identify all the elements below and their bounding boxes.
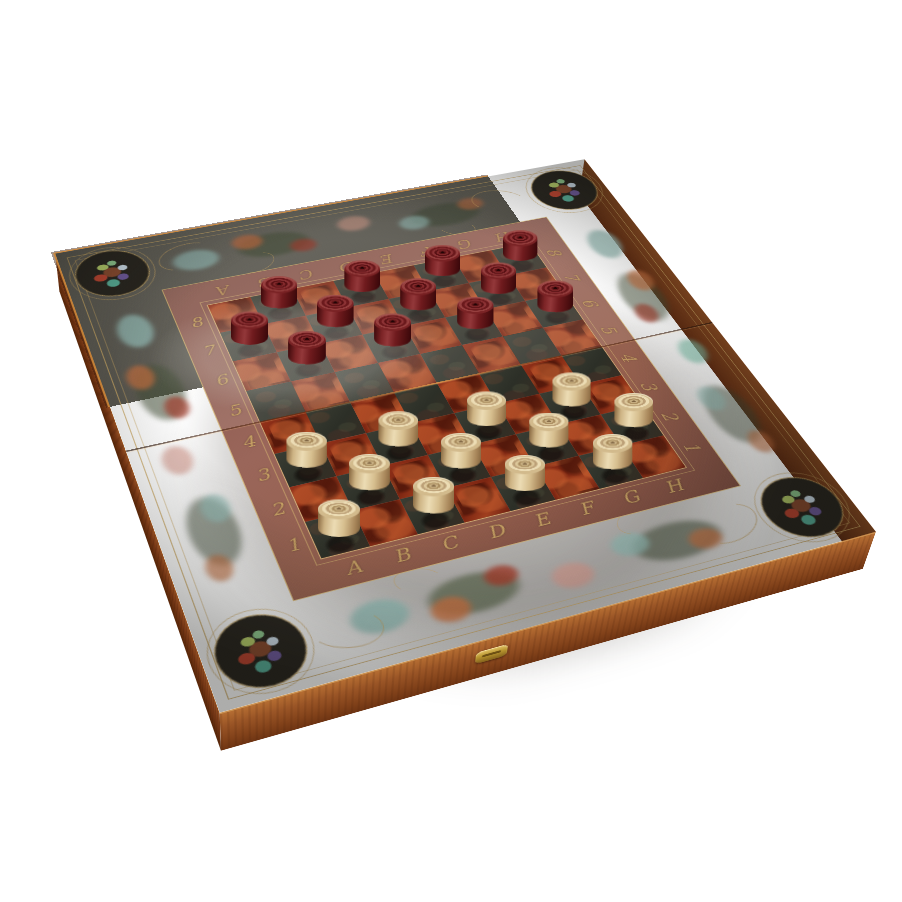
square-h7[interactable] xyxy=(508,268,564,302)
gold-filigree-icon xyxy=(471,189,528,214)
piece-shadow xyxy=(455,322,501,348)
light-checker[interactable] xyxy=(318,499,360,537)
piece-shadow xyxy=(258,302,303,327)
file-label-top-h: H xyxy=(478,223,529,250)
rank-label-right-6: 6 xyxy=(562,288,616,318)
rank-label-left-8: 8 xyxy=(172,305,220,340)
square-a7[interactable] xyxy=(220,324,277,361)
dark-checker[interactable] xyxy=(481,262,517,294)
square-c7[interactable] xyxy=(306,307,363,343)
dark-checker[interactable] xyxy=(374,313,411,346)
square-a8[interactable] xyxy=(208,297,264,333)
square-f6[interactable] xyxy=(445,309,503,345)
square-g8[interactable] xyxy=(453,250,508,283)
square-d8[interactable] xyxy=(333,273,388,307)
square-b7[interactable] xyxy=(263,316,320,353)
light-checker[interactable] xyxy=(413,477,454,514)
light-checker[interactable] xyxy=(349,454,390,491)
rank-label-right-7: 7 xyxy=(545,263,598,292)
file-label-top-f: F xyxy=(401,238,453,266)
piece-shadow xyxy=(397,304,443,329)
square-h6[interactable] xyxy=(525,293,582,328)
piece-shadow xyxy=(371,340,418,366)
piece-shadow xyxy=(228,338,274,365)
square-d7[interactable] xyxy=(348,299,405,335)
file-label-top-a: A xyxy=(198,275,250,305)
square-f7[interactable] xyxy=(429,283,485,318)
square-b8[interactable] xyxy=(250,289,306,324)
dark-checker[interactable] xyxy=(261,276,297,309)
piece-shadow xyxy=(314,321,360,347)
square-d6[interactable] xyxy=(363,326,421,363)
light-checker[interactable] xyxy=(614,393,653,428)
camera-tilt: AABBCCDDEEFFGGHH8877665544332211 xyxy=(0,0,902,902)
rank-label-right-4: 4 xyxy=(600,341,656,373)
light-checker[interactable] xyxy=(441,433,481,469)
light-checker[interactable] xyxy=(529,413,568,448)
piece-shadow xyxy=(422,270,467,294)
photo-scene: AABBCCDDEEFFGGHH8877665544332211 xyxy=(0,0,902,902)
square-e5[interactable] xyxy=(420,345,479,383)
square-c6[interactable] xyxy=(320,335,378,373)
floral-garland-top xyxy=(146,178,542,287)
square-h5[interactable] xyxy=(543,319,602,355)
dark-checker[interactable] xyxy=(231,311,268,345)
file-label-top-e: E xyxy=(362,245,414,273)
rank-label-right-5: 5 xyxy=(581,314,636,345)
corner-medallion-top-left xyxy=(69,246,157,302)
light-checker[interactable] xyxy=(552,372,590,406)
corner-medallion-top-right xyxy=(521,166,608,214)
dark-checker[interactable] xyxy=(537,280,573,312)
dark-checker[interactable] xyxy=(457,297,494,330)
piece-shadow xyxy=(478,288,523,312)
file-label-top-c: C xyxy=(281,260,333,289)
rank-label-right-8: 8 xyxy=(528,238,580,266)
piece-shadow xyxy=(342,286,387,310)
dark-checker[interactable] xyxy=(317,295,354,328)
piece-shadow xyxy=(501,255,545,278)
gold-filigree-icon xyxy=(232,249,280,278)
file-label-top-g: G xyxy=(440,230,491,257)
square-g7[interactable] xyxy=(469,275,525,309)
brass-latch-icon xyxy=(475,644,508,665)
square-h8[interactable] xyxy=(491,243,546,275)
file-label-top-b: B xyxy=(240,268,292,297)
light-checker[interactable] xyxy=(467,391,506,426)
square-e7[interactable] xyxy=(389,291,445,326)
square-e8[interactable] xyxy=(374,265,429,299)
game-box: AABBCCDDEEFFGGHH8877665544332211 xyxy=(55,159,876,713)
dark-checker[interactable] xyxy=(503,230,538,261)
light-checker[interactable] xyxy=(593,434,633,470)
square-f8[interactable] xyxy=(414,258,469,291)
square-e6[interactable] xyxy=(404,318,462,354)
square-c8[interactable] xyxy=(292,281,347,316)
light-checker[interactable] xyxy=(378,411,418,447)
square-g5[interactable] xyxy=(503,328,562,365)
file-label-top-d: D xyxy=(322,252,374,281)
photo-background: { "game": "checkers", "variant": "Russia… xyxy=(0,0,902,902)
light-checker[interactable] xyxy=(286,432,326,468)
gold-filigree-icon xyxy=(151,237,223,276)
square-g6[interactable] xyxy=(486,301,543,336)
dark-checker[interactable] xyxy=(344,260,380,292)
dark-checker[interactable] xyxy=(425,245,460,277)
dark-checker[interactable] xyxy=(288,331,326,365)
dark-checker[interactable] xyxy=(400,278,436,310)
gold-filigree-icon xyxy=(436,218,477,238)
square-f5[interactable] xyxy=(462,336,521,373)
light-checker[interactable] xyxy=(505,455,546,491)
piece-shadow xyxy=(535,306,581,331)
